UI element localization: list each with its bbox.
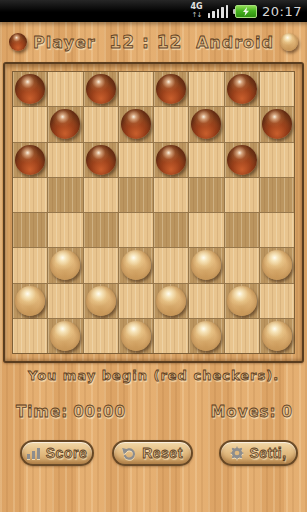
square-b3[interactable] xyxy=(48,248,82,282)
square-c5 xyxy=(84,178,118,212)
square-b8 xyxy=(48,72,82,106)
square-f8 xyxy=(189,72,223,106)
square-d5[interactable] xyxy=(119,178,153,212)
player-checker-icon xyxy=(9,33,27,51)
game-header: Player 12 : 12 Android xyxy=(0,22,307,62)
white-checker[interactable] xyxy=(227,286,257,316)
white-checker[interactable] xyxy=(121,321,151,351)
red-checker[interactable] xyxy=(191,109,221,139)
square-a7 xyxy=(13,107,47,141)
checkers-board xyxy=(3,62,304,363)
square-b5[interactable] xyxy=(48,178,82,212)
square-c7 xyxy=(84,107,118,141)
square-c6[interactable] xyxy=(84,143,118,177)
moves-stat: Moves:0 xyxy=(210,403,293,421)
square-g4[interactable] xyxy=(225,213,259,247)
square-h1[interactable] xyxy=(260,319,294,353)
time-value: 00:00 xyxy=(73,403,126,421)
opponent-name-label: Android xyxy=(196,33,274,52)
square-e8[interactable] xyxy=(154,72,188,106)
white-checker[interactable] xyxy=(50,250,80,280)
board-grid xyxy=(12,71,295,354)
square-h8 xyxy=(260,72,294,106)
square-g2[interactable] xyxy=(225,284,259,318)
square-g1 xyxy=(225,319,259,353)
square-h2 xyxy=(260,284,294,318)
red-checker[interactable] xyxy=(15,145,45,175)
square-c3 xyxy=(84,248,118,282)
red-checker[interactable] xyxy=(50,109,80,139)
red-checker[interactable] xyxy=(262,109,292,139)
white-checker[interactable] xyxy=(191,250,221,280)
square-e6[interactable] xyxy=(154,143,188,177)
square-f1[interactable] xyxy=(189,319,223,353)
square-e2[interactable] xyxy=(154,284,188,318)
undo-icon xyxy=(122,447,137,460)
square-e3 xyxy=(154,248,188,282)
square-c2[interactable] xyxy=(84,284,118,318)
white-checker[interactable] xyxy=(121,250,151,280)
square-g5 xyxy=(225,178,259,212)
score-display: 12 : 12 xyxy=(109,32,182,52)
square-g3 xyxy=(225,248,259,282)
red-checker[interactable] xyxy=(156,145,186,175)
gear-icon xyxy=(230,446,244,460)
square-h7[interactable] xyxy=(260,107,294,141)
square-e7 xyxy=(154,107,188,141)
square-d7[interactable] xyxy=(119,107,153,141)
red-checker[interactable] xyxy=(86,145,116,175)
square-e5 xyxy=(154,178,188,212)
white-checker[interactable] xyxy=(86,286,116,316)
square-h3[interactable] xyxy=(260,248,294,282)
network-type-label: 4G xyxy=(190,3,202,11)
status-time: 20:17 xyxy=(262,4,302,19)
square-b6 xyxy=(48,143,82,177)
moves-value: 0 xyxy=(282,403,293,421)
white-checker[interactable] xyxy=(191,321,221,351)
square-c8[interactable] xyxy=(84,72,118,106)
square-f5[interactable] xyxy=(189,178,223,212)
network-arrows-icon: ↑↓ xyxy=(192,12,202,19)
square-f3[interactable] xyxy=(189,248,223,282)
square-f7[interactable] xyxy=(189,107,223,141)
red-checker[interactable] xyxy=(227,74,257,104)
moves-label: Moves: xyxy=(210,403,276,421)
square-b4 xyxy=(48,213,82,247)
square-g8[interactable] xyxy=(225,72,259,106)
square-a2[interactable] xyxy=(13,284,47,318)
red-checker[interactable] xyxy=(156,74,186,104)
reset-button-label: Reset xyxy=(142,445,183,461)
white-checker[interactable] xyxy=(262,250,292,280)
white-checker[interactable] xyxy=(15,286,45,316)
checkers-app: 4G ↑↓ 20:17 Player 12 : 12 Android xyxy=(0,0,307,512)
square-f6 xyxy=(189,143,223,177)
player-name-label: Player xyxy=(33,33,96,52)
reset-button[interactable]: Reset xyxy=(112,440,193,466)
square-a8[interactable] xyxy=(13,72,47,106)
red-checker[interactable] xyxy=(86,74,116,104)
square-e1 xyxy=(154,319,188,353)
square-a6[interactable] xyxy=(13,143,47,177)
square-f4 xyxy=(189,213,223,247)
lightning-bolt-icon xyxy=(242,7,250,16)
square-c4[interactable] xyxy=(84,213,118,247)
network-4g-icon: 4G ↑↓ xyxy=(190,3,202,19)
signal-strength-icon xyxy=(208,4,229,18)
square-b7[interactable] xyxy=(48,107,82,141)
square-h6 xyxy=(260,143,294,177)
square-d2 xyxy=(119,284,153,318)
red-checker[interactable] xyxy=(15,74,45,104)
status-message: You may begin (red checkers). xyxy=(0,368,307,383)
square-a3 xyxy=(13,248,47,282)
square-d4 xyxy=(119,213,153,247)
bar-chart-icon xyxy=(27,447,41,459)
square-d1[interactable] xyxy=(119,319,153,353)
status-bar: 4G ↑↓ 20:17 xyxy=(0,0,307,22)
square-h5[interactable] xyxy=(260,178,294,212)
time-stat: Time:00:00 xyxy=(16,403,126,421)
square-g6[interactable] xyxy=(225,143,259,177)
opponent-checker-icon xyxy=(280,33,298,51)
stats-row: Time:00:00 Moves:0 xyxy=(16,403,293,421)
settings-button-label: Setti, xyxy=(249,445,286,461)
square-d6 xyxy=(119,143,153,177)
score-button-label: Score xyxy=(46,445,87,461)
white-checker[interactable] xyxy=(156,286,186,316)
square-e4[interactable] xyxy=(154,213,188,247)
square-c1 xyxy=(84,319,118,353)
square-d8 xyxy=(119,72,153,106)
battery-charging-icon xyxy=(233,5,257,18)
white-checker[interactable] xyxy=(50,321,80,351)
square-h4 xyxy=(260,213,294,247)
settings-button[interactable]: Setti, xyxy=(219,440,298,466)
red-checker[interactable] xyxy=(227,145,257,175)
red-checker[interactable] xyxy=(121,109,151,139)
square-b2 xyxy=(48,284,82,318)
square-a4[interactable] xyxy=(13,213,47,247)
square-a1 xyxy=(13,319,47,353)
square-d3[interactable] xyxy=(119,248,153,282)
opponent-group: Android xyxy=(196,33,298,52)
time-label: Time: xyxy=(16,403,68,421)
square-b1[interactable] xyxy=(48,319,82,353)
square-a5 xyxy=(13,178,47,212)
square-f2 xyxy=(189,284,223,318)
player-group: Player xyxy=(9,33,96,52)
score-button[interactable]: Score xyxy=(20,440,94,466)
white-checker[interactable] xyxy=(262,321,292,351)
square-g7 xyxy=(225,107,259,141)
